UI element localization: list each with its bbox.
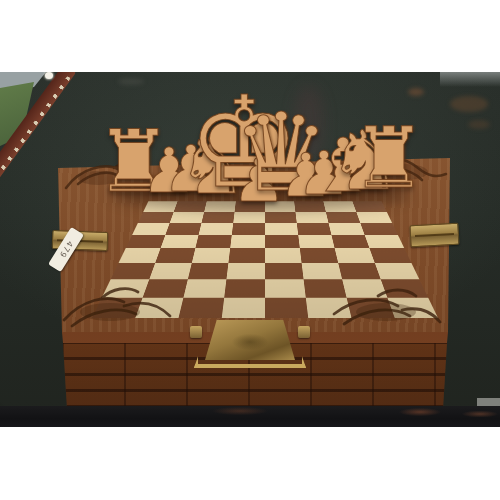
photo-frame: 479 ♜ ♟ ♟ ♞ ♚ ♟ ♛ ♟ ♟ ♝ ♞ ♜ bbox=[0, 0, 500, 500]
square bbox=[199, 223, 234, 235]
square bbox=[356, 212, 392, 223]
square bbox=[297, 223, 332, 235]
square bbox=[165, 223, 201, 235]
square bbox=[155, 248, 195, 263]
table-scuff bbox=[408, 88, 424, 96]
square bbox=[222, 298, 265, 318]
square bbox=[302, 263, 343, 279]
carved-foliage-front-right-icon bbox=[326, 284, 446, 336]
square bbox=[265, 235, 300, 248]
square bbox=[335, 248, 375, 263]
square bbox=[119, 248, 161, 263]
clasp-lug-right bbox=[298, 326, 310, 338]
square bbox=[179, 298, 225, 318]
square bbox=[111, 263, 156, 279]
square bbox=[265, 223, 298, 235]
clasp-lug-left bbox=[190, 326, 202, 338]
square bbox=[369, 248, 411, 263]
square bbox=[138, 212, 174, 223]
square bbox=[338, 263, 381, 279]
square bbox=[365, 235, 405, 248]
table-scuff bbox=[118, 78, 144, 85]
square bbox=[232, 223, 265, 235]
square bbox=[230, 235, 265, 248]
square bbox=[265, 279, 306, 297]
square bbox=[265, 298, 308, 318]
square bbox=[126, 235, 166, 248]
square bbox=[300, 248, 338, 263]
square bbox=[183, 279, 226, 297]
square bbox=[195, 235, 231, 248]
brass-clasp-icon bbox=[192, 318, 308, 376]
table-scuff bbox=[468, 120, 490, 129]
square bbox=[228, 248, 265, 263]
square bbox=[224, 279, 265, 297]
square bbox=[149, 263, 192, 279]
carved-foliage-front-left-icon bbox=[58, 282, 180, 334]
square bbox=[331, 235, 369, 248]
square bbox=[360, 223, 398, 235]
bright-stud-icon bbox=[45, 72, 53, 79]
clasp-plate bbox=[205, 320, 295, 360]
square bbox=[375, 263, 420, 279]
square bbox=[265, 248, 302, 263]
square bbox=[298, 235, 334, 248]
square bbox=[265, 263, 304, 279]
offboard-piece-rook: ♜ bbox=[351, 116, 426, 200]
square bbox=[188, 263, 229, 279]
square bbox=[328, 223, 364, 235]
square bbox=[226, 263, 265, 279]
table-front-edge bbox=[0, 406, 500, 427]
right-hinge-icon bbox=[409, 223, 459, 248]
photo-area: 479 ♜ ♟ ♟ ♞ ♚ ♟ ♛ ♟ ♟ ♝ ♞ ♜ bbox=[0, 72, 500, 427]
square bbox=[132, 223, 170, 235]
table-scuff bbox=[450, 96, 488, 112]
square bbox=[326, 212, 360, 223]
square bbox=[161, 235, 199, 248]
floor-patch-grey-right bbox=[440, 72, 500, 87]
square bbox=[192, 248, 230, 263]
